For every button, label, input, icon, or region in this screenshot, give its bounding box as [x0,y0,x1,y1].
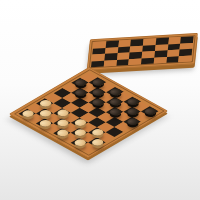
board-square [93,41,106,48]
light-checker-piece[interactable] [54,118,70,127]
board-square[interactable] [97,122,114,132]
board-square[interactable] [62,133,79,143]
board-square [167,50,180,57]
board-square[interactable] [106,87,123,97]
dark-checker-piece[interactable] [90,78,106,87]
light-checker-piece[interactable] [72,128,88,137]
board-square[interactable] [45,123,62,133]
board-square [117,52,130,59]
dark-checker-piece[interactable] [142,107,158,116]
board-square[interactable] [71,138,88,148]
board-square[interactable] [62,103,79,113]
dark-checker-piece[interactable] [72,88,88,97]
board-square [166,56,179,63]
board-square [104,59,117,66]
board-square [92,54,105,61]
board-square[interactable] [45,103,62,113]
light-checker-piece[interactable] [71,138,87,147]
board-square[interactable] [123,117,140,127]
board-square[interactable] [106,107,123,117]
light-checker-piece[interactable] [19,109,35,118]
dark-checker-piece[interactable] [72,78,88,87]
open-board-edge [9,70,168,161]
dark-checker-piece[interactable] [107,107,123,116]
board-square[interactable] [89,107,106,117]
light-checker-piece[interactable] [72,118,88,127]
board-square[interactable] [106,127,123,137]
board-square [155,44,168,51]
board-square [105,47,118,54]
board-square[interactable] [53,118,70,128]
board-square[interactable] [123,107,140,117]
board-square[interactable] [71,128,88,138]
board-square [178,55,191,62]
board-square[interactable] [106,97,123,107]
board-square [154,50,167,57]
light-checker-piece[interactable] [89,128,105,137]
board-square[interactable] [71,98,88,108]
board-square[interactable] [89,97,106,107]
board-square[interactable] [80,113,97,123]
light-checker-piece[interactable] [37,109,53,118]
open-board-face [9,67,168,158]
board-square[interactable] [115,92,132,102]
board-square[interactable] [97,132,114,142]
dark-checker-piece[interactable] [124,107,140,116]
product-photo [0,0,200,200]
board-square[interactable] [79,133,96,143]
board-square [117,46,130,53]
board-square[interactable] [88,137,105,147]
folded-border-groove [89,35,196,68]
board-square[interactable] [71,108,88,118]
board-square[interactable] [36,98,53,108]
dark-checker-piece[interactable] [107,87,123,96]
folded-board [0,0,200,200]
open-board [0,0,200,200]
board-square [118,40,131,47]
board-square [105,41,118,48]
folded-board-edge [87,37,198,74]
dark-checker-piece[interactable] [90,88,106,97]
board-square [168,37,181,44]
board-square [142,51,155,58]
board-square[interactable] [53,128,70,138]
board-square[interactable] [80,123,97,133]
board-square[interactable] [54,108,71,118]
board-square [155,38,168,45]
board-square [130,39,143,46]
board-square[interactable] [88,127,105,137]
board-square [179,49,192,56]
board-square[interactable] [115,112,132,122]
dark-checker-piece[interactable] [107,97,123,106]
board-square [130,45,143,52]
folded-board-shadow [86,39,197,76]
board-square[interactable] [71,118,88,128]
board-square [129,58,142,65]
board-square[interactable] [71,78,88,88]
board-square[interactable] [62,113,79,123]
board-square [143,38,156,45]
board-square[interactable] [62,93,79,103]
board-square[interactable] [97,112,114,122]
board-square[interactable] [97,92,114,102]
open-border-groove [13,69,164,155]
light-checker-piece[interactable] [37,99,53,108]
board-square [142,45,155,52]
board-square [167,43,180,50]
board-square[interactable] [80,102,97,112]
board-square [92,48,105,55]
board-square[interactable] [115,102,132,112]
open-board-shadow [8,73,167,164]
board-square[interactable] [45,113,62,123]
board-square[interactable] [80,72,97,82]
board-square [116,59,129,66]
board-square [129,52,142,59]
board-square[interactable] [106,117,123,127]
board-square[interactable] [88,117,105,127]
board-square[interactable] [62,123,79,133]
dark-checker-piece[interactable] [124,97,140,106]
light-checker-piece[interactable] [37,119,53,128]
light-checker-piece[interactable] [89,138,105,147]
dark-checker-piece[interactable] [124,117,140,126]
board-square [180,42,193,49]
board-square[interactable] [27,113,44,123]
board-square[interactable] [54,98,71,108]
board-square[interactable] [115,122,132,132]
folded-board-face [87,33,198,70]
board-square[interactable] [89,77,106,87]
board-square[interactable] [45,93,62,103]
light-checker-piece[interactable] [54,128,70,137]
board-square[interactable] [132,102,149,112]
board-square [91,60,104,67]
board-square[interactable] [141,106,158,116]
board-square[interactable] [124,97,141,107]
board-square[interactable] [89,87,106,97]
board-square [104,53,117,60]
board-square [141,57,154,64]
board-square[interactable] [97,102,114,112]
board-square[interactable] [71,88,88,98]
board-square[interactable] [80,92,97,102]
board-square[interactable] [19,109,36,119]
dark-checker-piece[interactable] [89,98,105,107]
board-square [153,57,166,64]
board-square[interactable] [36,108,53,118]
board-square[interactable] [27,103,44,113]
board-square[interactable] [98,82,115,92]
light-checker-piece[interactable] [54,108,70,117]
board-square[interactable] [54,88,71,98]
board-square[interactable] [80,82,97,92]
board-square[interactable] [36,118,53,128]
board-square[interactable] [63,83,80,93]
board-square [180,36,193,43]
board-square[interactable] [79,143,96,153]
board-square[interactable] [132,112,149,122]
